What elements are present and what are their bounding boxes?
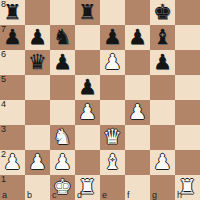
square-g1[interactable]: g: [150, 175, 175, 200]
square-a3[interactable]: 3: [0, 125, 25, 150]
square-b7[interactable]: ♟: [25, 25, 50, 50]
square-f5[interactable]: [125, 75, 150, 100]
square-c1[interactable]: ♚c: [50, 175, 75, 200]
square-a1[interactable]: 1a: [0, 175, 25, 200]
square-g3[interactable]: [150, 125, 175, 150]
black-pawn[interactable]: ♟: [78, 75, 97, 100]
white-queen[interactable]: ♛: [103, 125, 122, 150]
square-e2[interactable]: ♝: [100, 150, 125, 175]
square-h8[interactable]: [175, 0, 200, 25]
white-pawn[interactable]: ♟: [28, 150, 47, 175]
square-g8[interactable]: ♚: [150, 0, 175, 25]
square-g4[interactable]: [150, 100, 175, 125]
white-rook[interactable]: ♜: [178, 175, 197, 200]
square-h5[interactable]: [175, 75, 200, 100]
file-label-g: g: [152, 191, 157, 200]
square-b3[interactable]: [25, 125, 50, 150]
square-e4[interactable]: [100, 100, 125, 125]
black-pawn[interactable]: ♟: [103, 25, 122, 50]
square-a8[interactable]: ♜8: [0, 0, 25, 25]
square-e7[interactable]: ♟: [100, 25, 125, 50]
square-a7[interactable]: ♟7: [0, 25, 25, 50]
square-f2[interactable]: [125, 150, 150, 175]
square-c4[interactable]: [50, 100, 75, 125]
square-c8[interactable]: [50, 0, 75, 25]
black-pawn[interactable]: ♟: [28, 25, 47, 50]
black-pawn[interactable]: ♟: [53, 50, 72, 75]
white-knight[interactable]: ♞: [53, 125, 72, 150]
square-d2[interactable]: [75, 150, 100, 175]
rank-label-6: 6: [1, 50, 6, 59]
square-g6[interactable]: ♟: [150, 50, 175, 75]
black-queen[interactable]: ♛: [28, 50, 47, 75]
rank-label-1: 1: [1, 175, 6, 184]
square-h3[interactable]: [175, 125, 200, 150]
white-bishop[interactable]: ♝: [103, 150, 122, 175]
square-d1[interactable]: ♜d: [75, 175, 100, 200]
square-c7[interactable]: ♞: [50, 25, 75, 50]
square-d3[interactable]: [75, 125, 100, 150]
square-d8[interactable]: ♜: [75, 0, 100, 25]
black-knight[interactable]: ♞: [53, 25, 72, 50]
black-pawn[interactable]: ♟: [128, 25, 147, 50]
square-e6[interactable]: ♟: [100, 50, 125, 75]
black-king[interactable]: ♚: [153, 0, 172, 25]
square-d5[interactable]: ♟: [75, 75, 100, 100]
square-c3[interactable]: ♞: [50, 125, 75, 150]
white-king[interactable]: ♚: [53, 175, 72, 200]
white-pawn[interactable]: ♟: [3, 150, 22, 175]
white-pawn[interactable]: ♟: [78, 100, 97, 125]
square-h1[interactable]: ♜h: [175, 175, 200, 200]
square-b5[interactable]: [25, 75, 50, 100]
white-pawn[interactable]: ♟: [128, 100, 147, 125]
white-rook[interactable]: ♜: [78, 175, 97, 200]
square-c2[interactable]: ♟: [50, 150, 75, 175]
square-a4[interactable]: 4: [0, 100, 25, 125]
square-c5[interactable]: [50, 75, 75, 100]
white-pawn[interactable]: ♟: [153, 150, 172, 175]
rank-label-4: 4: [1, 100, 6, 109]
rank-label-3: 3: [1, 125, 6, 134]
square-b1[interactable]: b: [25, 175, 50, 200]
chess-board: ♜8♜♚♟7♟♞♟♟♝6♛♟♟♟5♟4♟♟3♞♛♟2♟♟♝♟1ab♚c♜defg…: [0, 0, 200, 200]
square-g5[interactable]: [150, 75, 175, 100]
square-d7[interactable]: [75, 25, 100, 50]
square-c6[interactable]: ♟: [50, 50, 75, 75]
square-f1[interactable]: f: [125, 175, 150, 200]
black-rook[interactable]: ♜: [3, 0, 22, 25]
square-f6[interactable]: [125, 50, 150, 75]
white-pawn[interactable]: ♟: [53, 150, 72, 175]
black-bishop[interactable]: ♝: [153, 25, 172, 50]
square-a6[interactable]: 6: [0, 50, 25, 75]
square-g7[interactable]: ♝: [150, 25, 175, 50]
square-a2[interactable]: ♟2: [0, 150, 25, 175]
square-e8[interactable]: [100, 0, 125, 25]
square-e1[interactable]: e: [100, 175, 125, 200]
black-pawn[interactable]: ♟: [3, 25, 22, 50]
file-label-a: a: [2, 191, 7, 200]
file-label-b: b: [27, 191, 32, 200]
file-label-e: e: [102, 191, 107, 200]
square-h4[interactable]: [175, 100, 200, 125]
black-rook[interactable]: ♜: [78, 0, 97, 25]
square-e3[interactable]: ♛: [100, 125, 125, 150]
square-b2[interactable]: ♟: [25, 150, 50, 175]
black-pawn[interactable]: ♟: [153, 50, 172, 75]
square-b6[interactable]: ♛: [25, 50, 50, 75]
white-pawn[interactable]: ♟: [103, 50, 122, 75]
square-f7[interactable]: ♟: [125, 25, 150, 50]
square-f4[interactable]: ♟: [125, 100, 150, 125]
square-h6[interactable]: [175, 50, 200, 75]
square-b4[interactable]: [25, 100, 50, 125]
rank-label-5: 5: [1, 75, 6, 84]
square-b8[interactable]: [25, 0, 50, 25]
square-f8[interactable]: [125, 0, 150, 25]
square-e5[interactable]: [100, 75, 125, 100]
file-label-f: f: [127, 191, 130, 200]
square-h2[interactable]: [175, 150, 200, 175]
square-f3[interactable]: [125, 125, 150, 150]
square-d6[interactable]: [75, 50, 100, 75]
square-g2[interactable]: ♟: [150, 150, 175, 175]
square-d4[interactable]: ♟: [75, 100, 100, 125]
square-a5[interactable]: 5: [0, 75, 25, 100]
square-h7[interactable]: [175, 25, 200, 50]
